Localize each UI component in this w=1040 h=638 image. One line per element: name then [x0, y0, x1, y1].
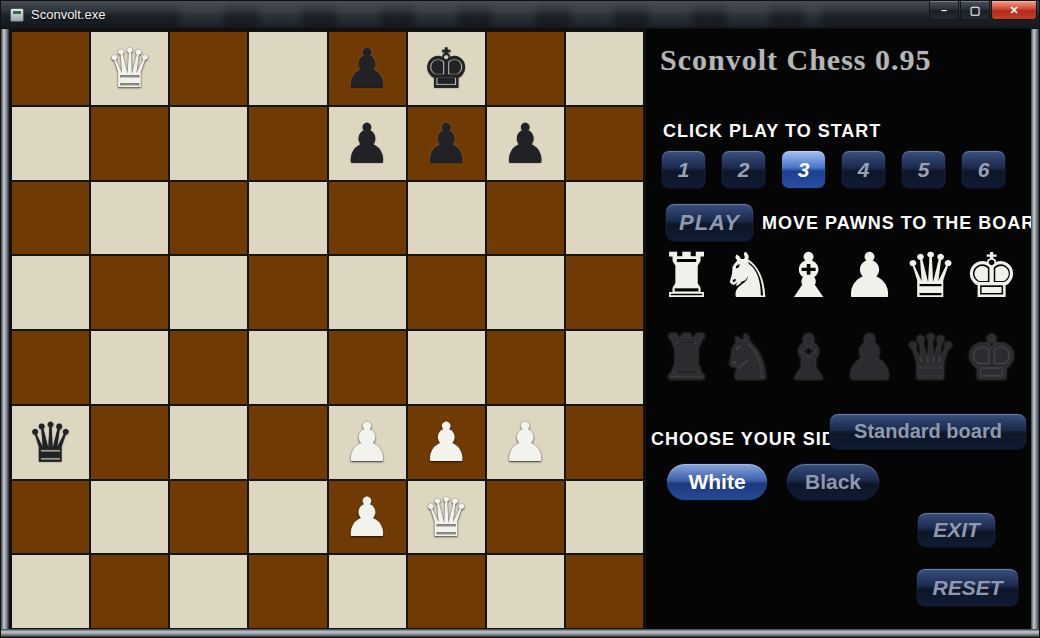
level-button-4[interactable]: 4 [841, 150, 886, 189]
black-side-button[interactable]: Black [786, 463, 880, 501]
level-button-2[interactable]: 2 [721, 150, 766, 189]
square-f8[interactable]: ♚ [408, 32, 485, 105]
square-d4[interactable] [249, 331, 326, 404]
square-d3[interactable] [249, 406, 326, 479]
standard-board-button[interactable]: Standard board [829, 413, 1027, 450]
square-g7[interactable]: ♟ [487, 107, 564, 180]
piece-black-pawn-e7[interactable]: ♟ [343, 116, 391, 170]
square-c2[interactable] [170, 481, 247, 554]
square-a8[interactable] [12, 32, 89, 105]
square-b5[interactable] [91, 256, 168, 329]
square-e3[interactable]: ♟ [329, 406, 406, 479]
square-a1[interactable] [12, 555, 89, 628]
square-a4[interactable] [12, 331, 89, 404]
tray-white-knight[interactable]: ♞ [717, 237, 778, 315]
piece-white-pawn-g3[interactable]: ♟ [501, 415, 549, 469]
black-piece-tray: ♜♞♝♟♛♚ [656, 319, 1022, 397]
window-frame-left [1, 29, 9, 638]
level-button-3-selected[interactable]: 3 [781, 150, 826, 189]
tray-white-king[interactable]: ♚ [961, 237, 1022, 315]
square-b6[interactable] [91, 182, 168, 255]
window-controls: – ▢ ✕ [928, 1, 1037, 20]
piece-white-pawn-e2[interactable]: ♟ [343, 490, 391, 544]
piece-black-king-f8[interactable]: ♚ [422, 41, 470, 95]
square-e8[interactable]: ♟ [329, 32, 406, 105]
square-e6[interactable] [329, 182, 406, 255]
level-button-5[interactable]: 5 [901, 150, 946, 189]
square-f7[interactable]: ♟ [408, 107, 485, 180]
square-e1[interactable] [329, 555, 406, 628]
level-buttons: 123456 [661, 150, 1006, 189]
square-b7[interactable] [91, 107, 168, 180]
tray-white-rook[interactable]: ♜ [656, 237, 717, 315]
tray-white-queen[interactable]: ♛ [900, 237, 961, 315]
choose-side-label: CHOOSE YOUR SIDE [651, 429, 849, 450]
square-d7[interactable] [249, 107, 326, 180]
square-h4[interactable] [566, 331, 643, 404]
piece-white-queen-f2[interactable]: ♛ [422, 490, 470, 544]
square-g1[interactable] [487, 555, 564, 628]
square-b1[interactable] [91, 555, 168, 628]
square-h7[interactable] [566, 107, 643, 180]
square-c8[interactable] [170, 32, 247, 105]
square-a3[interactable]: ♛ [12, 406, 89, 479]
chess-board: ♛♟♚♟♟♟♛♟♟♟♟♛ [9, 29, 646, 631]
square-f5[interactable] [408, 256, 485, 329]
tray-black-bishop[interactable]: ♝ [778, 319, 839, 397]
square-b8[interactable]: ♛ [91, 32, 168, 105]
square-c4[interactable] [170, 331, 247, 404]
square-c7[interactable] [170, 107, 247, 180]
square-e2[interactable]: ♟ [329, 481, 406, 554]
square-h1[interactable] [566, 555, 643, 628]
minimize-button[interactable]: – [929, 1, 959, 20]
window-frame-right [1031, 29, 1039, 638]
tray-black-queen[interactable]: ♛ [900, 319, 961, 397]
app-icon [10, 8, 24, 22]
square-h3[interactable] [566, 406, 643, 479]
piece-white-pawn-e3[interactable]: ♟ [343, 415, 391, 469]
square-d2[interactable] [249, 481, 326, 554]
tray-black-rook[interactable]: ♜ [656, 319, 717, 397]
square-f4[interactable] [408, 331, 485, 404]
side-panel: Sconvolt Chess 0.95 CLICK PLAY TO START … [646, 29, 1033, 631]
reset-button[interactable]: RESET [916, 568, 1019, 607]
square-f1[interactable] [408, 555, 485, 628]
square-f2[interactable]: ♛ [408, 481, 485, 554]
piece-black-pawn-e8[interactable]: ♟ [343, 41, 391, 95]
square-e4[interactable] [329, 331, 406, 404]
square-c1[interactable] [170, 555, 247, 628]
square-c3[interactable] [170, 406, 247, 479]
piece-white-pawn-f3[interactable]: ♟ [422, 415, 470, 469]
level-button-1[interactable]: 1 [661, 150, 706, 189]
tray-white-bishop[interactable]: ♝ [778, 237, 839, 315]
square-a5[interactable] [12, 256, 89, 329]
square-a6[interactable] [12, 182, 89, 255]
move-pawns-hint-label: MOVE PAWNS TO THE BOARD [762, 213, 1040, 234]
square-g2[interactable] [487, 481, 564, 554]
tray-black-pawn[interactable]: ♟ [839, 319, 900, 397]
app-window: Sconvolt.exe – ▢ ✕ ♛♟♚♟♟♟♛♟♟♟♟♛ Sconvolt… [0, 0, 1040, 638]
title-bar: Sconvolt.exe – ▢ ✕ [1, 1, 1040, 29]
square-c5[interactable] [170, 256, 247, 329]
maximize-button[interactable]: ▢ [960, 1, 990, 20]
window-title: Sconvolt.exe [31, 7, 105, 22]
square-b2[interactable] [91, 481, 168, 554]
square-f3[interactable]: ♟ [408, 406, 485, 479]
square-b4[interactable] [91, 331, 168, 404]
white-piece-tray: ♜♞♝♟♛♚ [656, 237, 1022, 315]
tray-black-knight[interactable]: ♞ [717, 319, 778, 397]
square-d1[interactable] [249, 555, 326, 628]
square-g4[interactable] [487, 331, 564, 404]
square-c6[interactable] [170, 182, 247, 255]
start-hint-label: CLICK PLAY TO START [663, 121, 881, 142]
square-g6[interactable] [487, 182, 564, 255]
square-h8[interactable] [566, 32, 643, 105]
square-e7[interactable]: ♟ [329, 107, 406, 180]
square-e5[interactable] [329, 256, 406, 329]
square-a2[interactable] [12, 481, 89, 554]
white-side-button[interactable]: White [666, 463, 768, 501]
tray-white-pawn[interactable]: ♟ [839, 237, 900, 315]
square-h6[interactable] [566, 182, 643, 255]
square-a7[interactable] [12, 107, 89, 180]
piece-black-pawn-f7[interactable]: ♟ [422, 116, 470, 170]
square-g8[interactable] [487, 32, 564, 105]
piece-black-queen-a3[interactable]: ♛ [26, 415, 74, 469]
board-grid: ♛♟♚♟♟♟♛♟♟♟♟♛ [12, 32, 643, 628]
square-h5[interactable] [566, 256, 643, 329]
app-title: Sconvolt Chess 0.95 [660, 43, 932, 77]
close-button[interactable]: ✕ [991, 1, 1037, 20]
square-g3[interactable]: ♟ [487, 406, 564, 479]
piece-white-queen-b8[interactable]: ♛ [105, 41, 153, 95]
square-d5[interactable] [249, 256, 326, 329]
window-frame-bottom [1, 629, 1040, 637]
piece-black-pawn-g7[interactable]: ♟ [501, 116, 549, 170]
square-g5[interactable] [487, 256, 564, 329]
square-h2[interactable] [566, 481, 643, 554]
tray-black-king[interactable]: ♚ [961, 319, 1022, 397]
square-b3[interactable] [91, 406, 168, 479]
square-f6[interactable] [408, 182, 485, 255]
square-d6[interactable] [249, 182, 326, 255]
level-button-6[interactable]: 6 [961, 150, 1006, 189]
square-d8[interactable] [249, 32, 326, 105]
exit-button[interactable]: EXIT [917, 512, 996, 548]
